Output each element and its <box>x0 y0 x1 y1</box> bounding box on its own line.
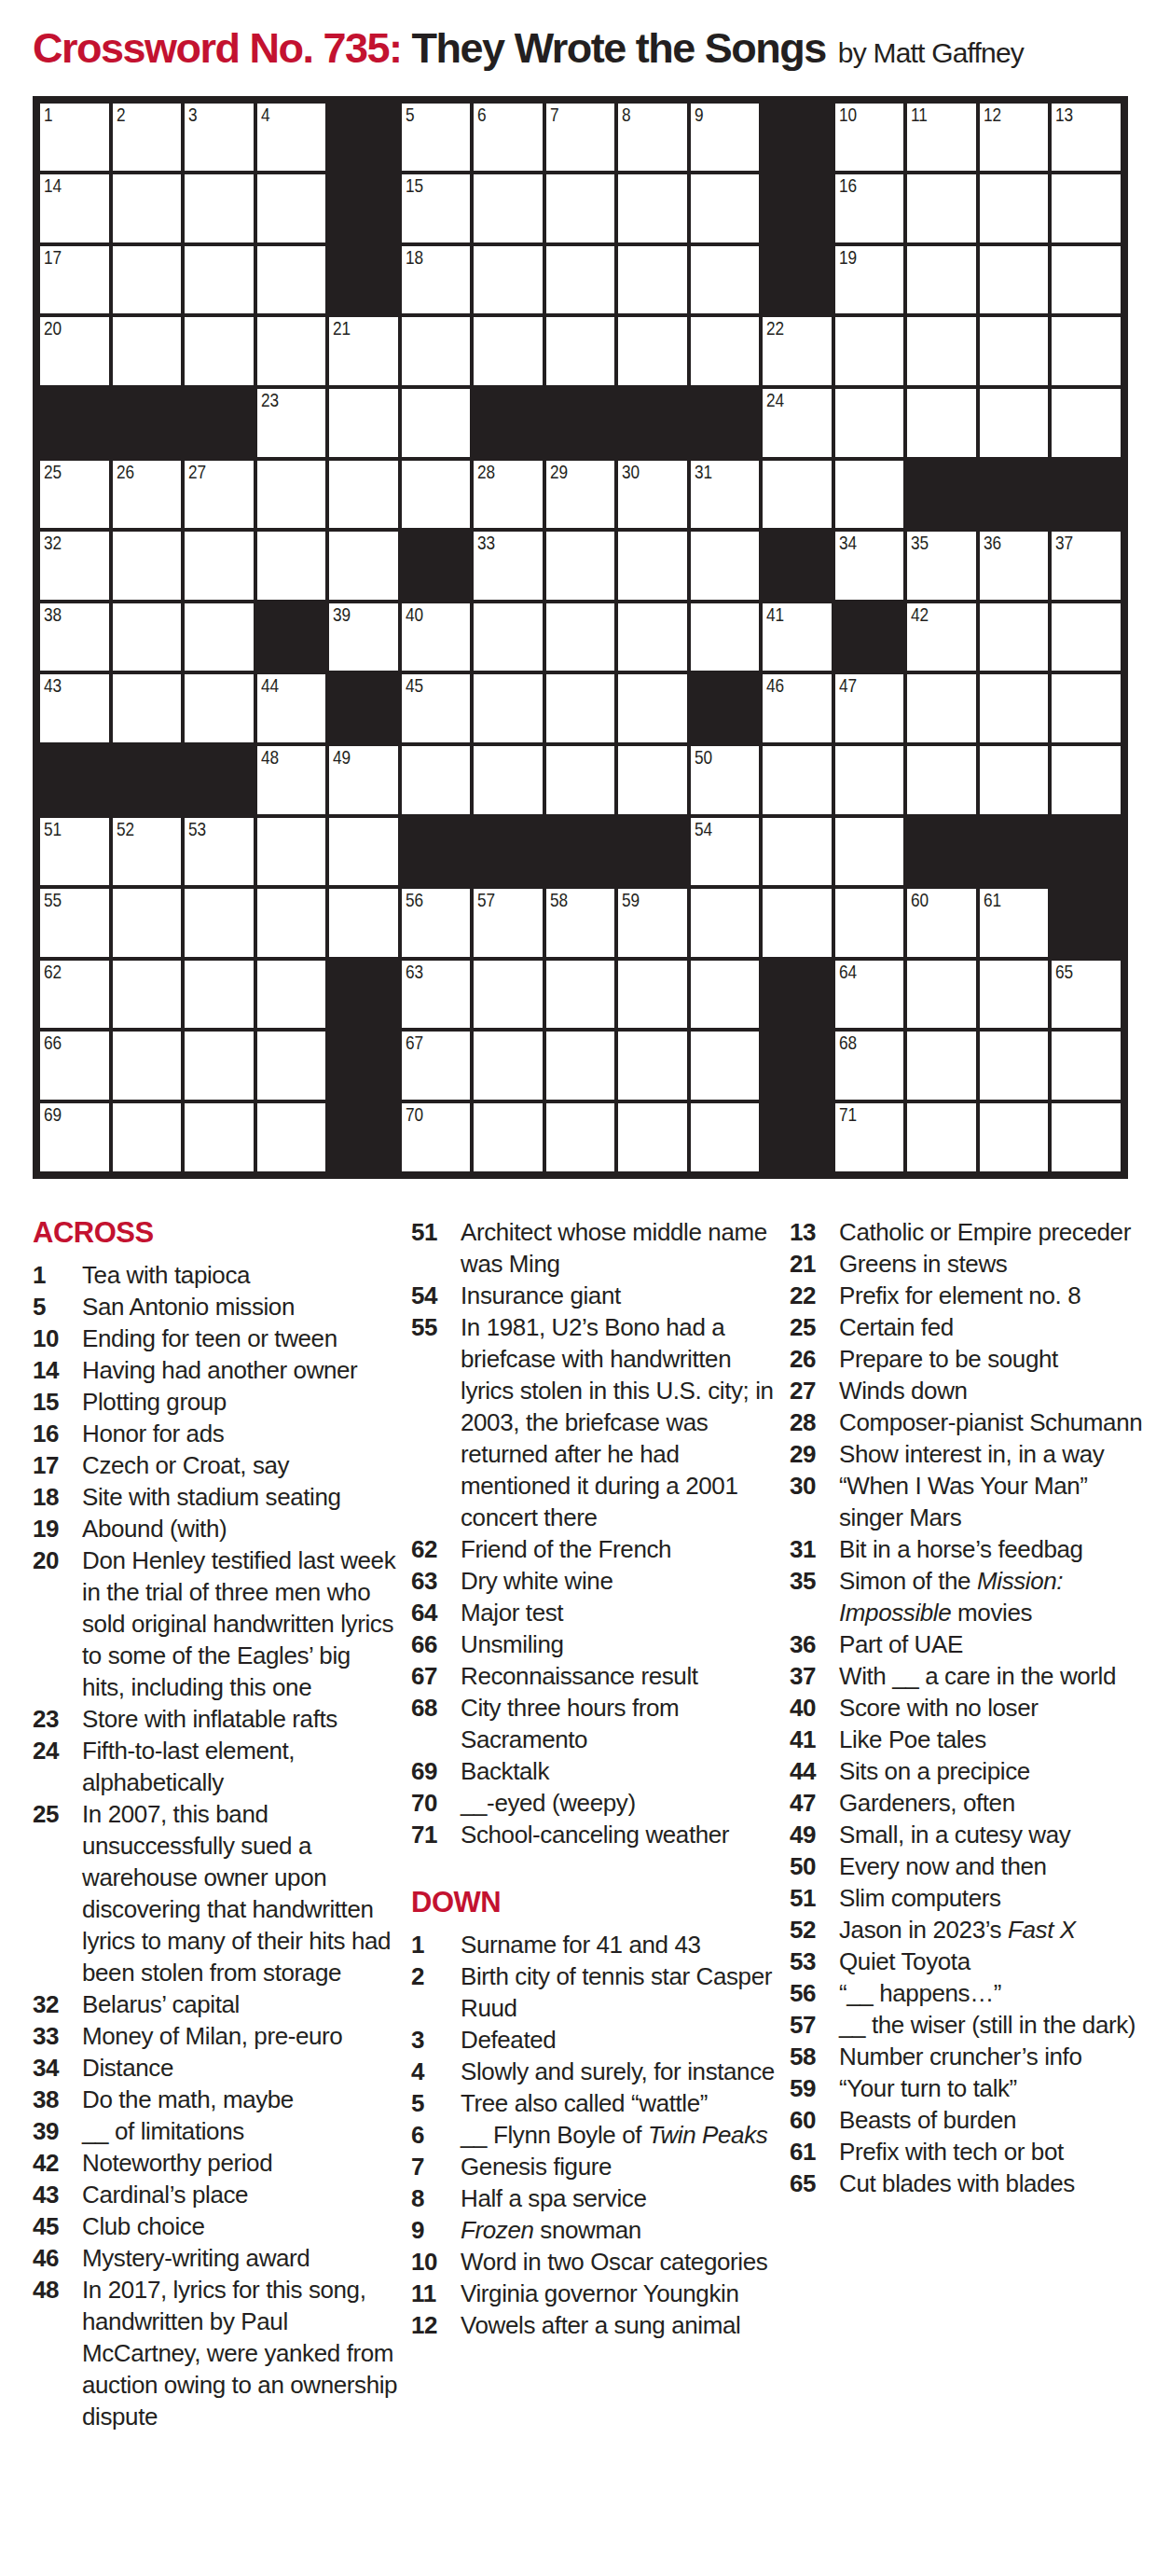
grid-cell[interactable] <box>113 532 182 600</box>
clue-text: __-eyed (weepy) <box>461 1787 777 1819</box>
clue-text: Prefix with tech or bot <box>839 2136 1155 2167</box>
black-square <box>763 104 832 172</box>
cell-number: 38 <box>44 604 62 625</box>
cell-number: 12 <box>984 104 1001 125</box>
grid-cell[interactable]: 26 <box>113 461 182 529</box>
grid-cell[interactable] <box>113 961 182 1029</box>
across-clue-46: 46Mystery-writing award <box>33 2242 398 2274</box>
grid-cell[interactable] <box>257 961 326 1029</box>
grid-cell[interactable] <box>257 532 326 600</box>
down-clue-12: 12Vowels after a sung animal <box>411 2309 777 2341</box>
grid-cell[interactable]: 47 <box>835 674 904 742</box>
grid-cell[interactable] <box>185 1103 254 1171</box>
grid-cell[interactable]: 40 <box>402 603 471 672</box>
grid-cell[interactable]: 36 <box>980 532 1049 600</box>
black-square <box>1052 889 1121 957</box>
grid-cell[interactable]: 41 <box>763 603 832 672</box>
grid-cell[interactable] <box>691 532 760 600</box>
clue-text: Abound (with) <box>82 1513 398 1544</box>
grid-cell[interactable] <box>618 174 687 242</box>
grid-cell[interactable] <box>1052 174 1121 242</box>
cell-number: 66 <box>44 1032 62 1053</box>
grid-cell[interactable] <box>907 317 976 385</box>
grid-cell[interactable]: 45 <box>402 674 471 742</box>
grid-cell[interactable]: 38 <box>40 603 109 672</box>
grid-cell[interactable]: 9 <box>691 104 760 172</box>
grid-cell[interactable] <box>835 317 904 385</box>
clue-number: 2 <box>411 1960 461 2024</box>
cell-number: 15 <box>406 175 423 196</box>
grid-cell[interactable] <box>257 246 326 314</box>
grid-cell[interactable] <box>980 317 1049 385</box>
clue-text: Store with inflatable rafts <box>82 1703 398 1735</box>
cell-number: 5 <box>406 104 415 125</box>
grid-cell[interactable]: 11 <box>907 104 976 172</box>
grid-cell[interactable] <box>1052 317 1121 385</box>
grid-cell[interactable] <box>474 246 543 314</box>
clue-number: 53 <box>790 1946 839 1977</box>
grid-cell[interactable] <box>691 317 760 385</box>
grid-cell[interactable]: 67 <box>402 1032 471 1100</box>
cell-number: 10 <box>839 104 857 125</box>
grid-cell[interactable] <box>980 746 1049 814</box>
down-clue-22: 22Prefix for element no. 8 <box>790 1280 1155 1311</box>
grid-cell[interactable] <box>1052 603 1121 672</box>
grid-cell[interactable] <box>1052 246 1121 314</box>
grid-cell[interactable] <box>907 1103 976 1171</box>
down-clue-27: 27Winds down <box>790 1375 1155 1406</box>
grid-cell[interactable] <box>980 603 1049 672</box>
grid-cell[interactable]: 21 <box>329 317 398 385</box>
across-clue-14: 14Having had another owner <box>33 1354 398 1386</box>
grid-cell[interactable]: 52 <box>113 818 182 886</box>
grid-cell[interactable]: 24 <box>763 389 832 457</box>
down-clue-6: 6__ Flynn Boyle of Twin Peaks <box>411 2119 777 2151</box>
grid-cell[interactable] <box>980 961 1049 1029</box>
grid-cell[interactable] <box>474 1032 543 1100</box>
grid-cell[interactable]: 15 <box>402 174 471 242</box>
black-square <box>763 532 832 600</box>
grid-cell[interactable]: 16 <box>835 174 904 242</box>
down-clue-57: 57__ the wiser (still in the dark) <box>790 2009 1155 2041</box>
grid-cell[interactable]: 29 <box>546 461 615 529</box>
black-square <box>618 818 687 886</box>
grid-cell[interactable]: 32 <box>40 532 109 600</box>
clue-number: 49 <box>790 1819 839 1850</box>
grid-cell[interactable]: 70 <box>402 1103 471 1171</box>
grid-cell[interactable] <box>257 461 326 529</box>
down-clue-56: 56“__ happens…” <box>790 1977 1155 2009</box>
black-square <box>329 104 398 172</box>
grid-cell[interactable] <box>257 174 326 242</box>
grid-cell[interactable]: 71 <box>835 1103 904 1171</box>
grid-cell[interactable] <box>691 246 760 314</box>
clue-text: Slim computers <box>839 1882 1155 1914</box>
clue-text: __ Flynn Boyle of Twin Peaks <box>461 2119 777 2151</box>
grid-cell[interactable] <box>113 674 182 742</box>
grid-cell[interactable]: 10 <box>835 104 904 172</box>
grid-cell[interactable] <box>185 603 254 672</box>
black-square <box>329 1103 398 1171</box>
across-clue-5: 5San Antonio mission <box>33 1291 398 1323</box>
cell-number: 54 <box>695 819 712 839</box>
grid-cell[interactable] <box>980 174 1049 242</box>
cell-number: 50 <box>695 747 712 768</box>
black-square <box>1052 461 1121 529</box>
clue-text: Frozen snowman <box>461 2214 777 2246</box>
grid-cell[interactable] <box>618 1103 687 1171</box>
grid-cell[interactable] <box>113 1103 182 1171</box>
across-clue-10: 10Ending for teen or tween <box>33 1323 398 1354</box>
grid-cell[interactable] <box>691 1032 760 1100</box>
grid-cell[interactable] <box>474 317 543 385</box>
grid-cell[interactable] <box>257 1032 326 1100</box>
clue-text: __ the wiser (still in the dark) <box>839 2009 1155 2041</box>
grid-cell[interactable] <box>691 1103 760 1171</box>
grid-cell[interactable] <box>546 317 615 385</box>
grid-cell[interactable] <box>329 532 398 600</box>
down-clue-65: 65Cut blades with blades <box>790 2167 1155 2199</box>
grid-cell[interactable] <box>329 818 398 886</box>
grid-cell[interactable] <box>329 389 398 457</box>
grid-cell[interactable] <box>835 461 904 529</box>
grid-cell[interactable] <box>329 461 398 529</box>
cell-number: 9 <box>695 104 704 125</box>
across-header: ACROSS <box>33 1216 398 1250</box>
grid-cell[interactable] <box>185 246 254 314</box>
grid-cell[interactable]: 57 <box>474 889 543 957</box>
grid-cell[interactable] <box>185 317 254 385</box>
grid-cell[interactable]: 12 <box>980 104 1049 172</box>
black-square <box>691 389 760 457</box>
grid-cell[interactable] <box>257 889 326 957</box>
grid-cell[interactable]: 43 <box>40 674 109 742</box>
clue-text: Small, in a cutesy way <box>839 1819 1155 1850</box>
grid-cell[interactable]: 28 <box>474 461 543 529</box>
clue-number: 34 <box>33 2052 82 2084</box>
grid-cell[interactable]: 50 <box>691 746 760 814</box>
grid-cell[interactable] <box>835 889 904 957</box>
grid-cell[interactable] <box>980 246 1049 314</box>
grid-cell[interactable] <box>474 1103 543 1171</box>
grid-cell[interactable] <box>402 746 471 814</box>
grid-cell[interactable]: 60 <box>907 889 976 957</box>
grid-cell[interactable] <box>546 674 615 742</box>
clue-text: Every now and then <box>839 1850 1155 1882</box>
grid-cell[interactable]: 1 <box>40 104 109 172</box>
clue-number: 7 <box>411 2151 461 2182</box>
down-clue-49: 49Small, in a cutesy way <box>790 1819 1155 1850</box>
grid-cell[interactable] <box>907 746 976 814</box>
grid-cell[interactable] <box>1052 1103 1121 1171</box>
grid-cell[interactable]: 42 <box>907 603 976 672</box>
cell-number: 47 <box>839 675 857 696</box>
cell-number: 48 <box>261 747 279 768</box>
grid-cell[interactable] <box>185 532 254 600</box>
grid-cell[interactable]: 25 <box>40 461 109 529</box>
clue-text: Friend of the French <box>461 1533 777 1565</box>
across-clue-63: 63Dry white wine <box>411 1565 777 1597</box>
grid-cell[interactable] <box>402 461 471 529</box>
grid-cell[interactable]: 34 <box>835 532 904 600</box>
grid-cell[interactable]: 51 <box>40 818 109 886</box>
grid-cell[interactable] <box>907 961 976 1029</box>
grid-cell[interactable] <box>185 174 254 242</box>
grid-cell[interactable]: 66 <box>40 1032 109 1100</box>
black-square <box>113 746 182 814</box>
clue-number: 51 <box>790 1882 839 1914</box>
grid-cell[interactable] <box>980 674 1049 742</box>
clue-text: Virginia governor Youngkin <box>461 2278 777 2309</box>
clue-text: Czech or Croat, say <box>82 1449 398 1481</box>
grid-cell[interactable]: 23 <box>257 389 326 457</box>
clue-text: __ of limitations <box>82 2115 398 2147</box>
grid-cell[interactable]: 54 <box>691 818 760 886</box>
down-clue-51: 51Slim computers <box>790 1882 1155 1914</box>
grid-cell[interactable] <box>691 889 760 957</box>
grid-cell[interactable] <box>546 1103 615 1171</box>
grid-cell[interactable]: 62 <box>40 961 109 1029</box>
grid-cell[interactable] <box>113 603 182 672</box>
crossword-grid: 1234567891011121314151617181920212223242… <box>33 96 1128 1179</box>
black-square <box>329 674 398 742</box>
black-square <box>763 174 832 242</box>
grid-cell[interactable]: 6 <box>474 104 543 172</box>
cell-number: 20 <box>44 318 62 339</box>
grid-cell[interactable] <box>980 1032 1049 1100</box>
grid-cell[interactable] <box>763 746 832 814</box>
cell-number: 26 <box>117 462 134 482</box>
grid-cell[interactable] <box>618 317 687 385</box>
grid-cell[interactable]: 2 <box>113 104 182 172</box>
down-clue-28: 28Composer-pianist Schumann <box>790 1406 1155 1438</box>
clue-number: 10 <box>411 2246 461 2278</box>
cell-number: 61 <box>984 890 1001 910</box>
grid-cell[interactable] <box>546 746 615 814</box>
grid-cell[interactable] <box>402 389 471 457</box>
grid-cell[interactable] <box>1052 1032 1121 1100</box>
grid-cell[interactable] <box>618 746 687 814</box>
grid-cell[interactable] <box>113 174 182 242</box>
grid-cell[interactable] <box>257 1103 326 1171</box>
clue-text: Greens in stews <box>839 1248 1155 1280</box>
grid-cell[interactable]: 56 <box>402 889 471 957</box>
grid-cell[interactable] <box>546 246 615 314</box>
grid-cell[interactable]: 64 <box>835 961 904 1029</box>
grid-cell[interactable] <box>185 674 254 742</box>
grid-cell[interactable] <box>763 889 832 957</box>
grid-cell[interactable]: 17 <box>40 246 109 314</box>
grid-cell[interactable] <box>835 389 904 457</box>
grid-cell[interactable]: 48 <box>257 746 326 814</box>
clue-number: 12 <box>411 2309 461 2341</box>
grid-cell[interactable]: 65 <box>1052 961 1121 1029</box>
grid-cell[interactable]: 8 <box>618 104 687 172</box>
clue-text: Cut blades with blades <box>839 2167 1155 2199</box>
grid-cell[interactable] <box>907 246 976 314</box>
cell-number: 18 <box>406 247 423 268</box>
grid-cell[interactable]: 7 <box>546 104 615 172</box>
grid-cell[interactable] <box>691 603 760 672</box>
grid-cell[interactable]: 39 <box>329 603 398 672</box>
cell-number: 60 <box>911 890 929 910</box>
grid-cell[interactable] <box>835 746 904 814</box>
clue-number: 17 <box>33 1449 82 1481</box>
grid-cell[interactable]: 20 <box>40 317 109 385</box>
grid-cell[interactable] <box>618 674 687 742</box>
title-number: Crossword No. 735: <box>33 24 402 72</box>
grid-cell[interactable]: 69 <box>40 1103 109 1171</box>
grid-cell[interactable] <box>113 1032 182 1100</box>
grid-cell[interactable] <box>1052 674 1121 742</box>
grid-cell[interactable] <box>907 389 976 457</box>
grid-cell[interactable]: 14 <box>40 174 109 242</box>
clue-text: In 1981, U2’s Bono had a briefcase with … <box>461 1311 777 1533</box>
clue-text: Genesis figure <box>461 2151 777 2182</box>
grid-cell[interactable] <box>474 603 543 672</box>
grid-cell[interactable] <box>474 961 543 1029</box>
grid-cell[interactable]: 33 <box>474 532 543 600</box>
grid-cell[interactable] <box>257 818 326 886</box>
black-square <box>980 461 1049 529</box>
grid-cell[interactable]: 27 <box>185 461 254 529</box>
grid-cell[interactable] <box>763 461 832 529</box>
black-square <box>546 818 615 886</box>
clue-text: Tea with tapioca <box>82 1259 398 1291</box>
grid-cell[interactable]: 58 <box>546 889 615 957</box>
grid-cell[interactable]: 35 <box>907 532 976 600</box>
across-clue-45: 45Club choice <box>33 2210 398 2242</box>
grid-cell[interactable] <box>835 818 904 886</box>
grid-cell[interactable]: 44 <box>257 674 326 742</box>
grid-cell[interactable]: 5 <box>402 104 471 172</box>
down-clue-25: 25Certain fed <box>790 1311 1155 1343</box>
grid-cell[interactable] <box>980 1103 1049 1171</box>
grid-cell[interactable] <box>618 603 687 672</box>
clue-number: 47 <box>790 1787 839 1819</box>
black-square <box>329 246 398 314</box>
clue-number: 33 <box>33 2020 82 2052</box>
grid-cell[interactable]: 13 <box>1052 104 1121 172</box>
grid-cell[interactable] <box>474 746 543 814</box>
grid-cell[interactable] <box>474 674 543 742</box>
across-clue-34: 34Distance <box>33 2052 398 2084</box>
grid-cell[interactable] <box>546 961 615 1029</box>
down-clue-40: 40Score with no loser <box>790 1692 1155 1724</box>
down-clue-1: 1Surname for 41 and 43 <box>411 1929 777 1960</box>
grid-cell[interactable] <box>185 889 254 957</box>
grid-cell[interactable] <box>546 603 615 672</box>
grid-cell[interactable]: 19 <box>835 246 904 314</box>
grid-cell[interactable] <box>1052 746 1121 814</box>
black-square <box>113 389 182 457</box>
clue-number: 36 <box>790 1628 839 1660</box>
grid-cell[interactable] <box>618 1032 687 1100</box>
cell-number: 23 <box>261 390 279 410</box>
cell-number: 30 <box>622 462 640 482</box>
clue-number: 32 <box>33 1988 82 2020</box>
grid-cell[interactable]: 22 <box>763 317 832 385</box>
down-clue-36: 36Part of UAE <box>790 1628 1155 1660</box>
grid-cell[interactable]: 4 <box>257 104 326 172</box>
clue-number: 55 <box>411 1311 461 1533</box>
clue-text: Quiet Toyota <box>839 1946 1155 1977</box>
grid-cell[interactable]: 59 <box>618 889 687 957</box>
clue-text: Reconnaissance result <box>461 1660 777 1692</box>
across-clue-70: 70__-eyed (weepy) <box>411 1787 777 1819</box>
clue-number: 24 <box>33 1735 82 1798</box>
clue-number: 64 <box>411 1597 461 1628</box>
grid-cell[interactable] <box>113 246 182 314</box>
clue-text: With __ a care in the world <box>839 1660 1155 1692</box>
grid-cell[interactable]: 61 <box>980 889 1049 957</box>
cell-number: 51 <box>44 819 62 839</box>
grid-cell[interactable] <box>329 889 398 957</box>
across-clue-51: 51Architect whose middle name was Ming <box>411 1216 777 1280</box>
grid-cell[interactable] <box>474 174 543 242</box>
grid-cell[interactable] <box>618 246 687 314</box>
down-clue-5: 5Tree also called “wattle” <box>411 2087 777 2119</box>
grid-cell[interactable]: 63 <box>402 961 471 1029</box>
grid-cell[interactable] <box>546 1032 615 1100</box>
grid-cell[interactable] <box>257 317 326 385</box>
grid-cell[interactable] <box>546 532 615 600</box>
clue-text: Part of UAE <box>839 1628 1155 1660</box>
grid-cell[interactable] <box>907 174 976 242</box>
grid-cell[interactable] <box>907 674 976 742</box>
clue-number: 57 <box>790 2009 839 2041</box>
grid-cell[interactable] <box>691 961 760 1029</box>
grid-cell[interactable] <box>113 889 182 957</box>
grid-cell[interactable]: 37 <box>1052 532 1121 600</box>
down-clue-53: 53Quiet Toyota <box>790 1946 1155 1977</box>
clue-text: Catholic or Empire preceder <box>839 1216 1155 1248</box>
grid-cell[interactable] <box>980 389 1049 457</box>
grid-cell[interactable]: 30 <box>618 461 687 529</box>
clue-number: 68 <box>411 1692 461 1755</box>
grid-cell[interactable]: 49 <box>329 746 398 814</box>
grid-cell[interactable]: 53 <box>185 818 254 886</box>
black-square <box>329 961 398 1029</box>
grid-cell[interactable] <box>691 174 760 242</box>
grid-cell[interactable]: 18 <box>402 246 471 314</box>
grid-cell[interactable] <box>546 174 615 242</box>
grid-cell[interactable] <box>185 1032 254 1100</box>
title-main: They Wrote the Songs <box>412 24 826 72</box>
grid-cell[interactable] <box>907 1032 976 1100</box>
grid-cell[interactable] <box>618 961 687 1029</box>
grid-cell[interactable] <box>1052 389 1121 457</box>
grid-cell[interactable] <box>402 317 471 385</box>
grid-cell[interactable] <box>763 818 832 886</box>
grid-cell[interactable]: 31 <box>691 461 760 529</box>
clue-number: 58 <box>790 2041 839 2072</box>
clue-number: 62 <box>411 1533 461 1565</box>
grid-cell[interactable]: 68 <box>835 1032 904 1100</box>
grid-cell[interactable]: 3 <box>185 104 254 172</box>
grid-cell[interactable] <box>185 961 254 1029</box>
clue-text: Distance <box>82 2052 398 2084</box>
grid-cell[interactable]: 55 <box>40 889 109 957</box>
clue-text: Vowels after a sung animal <box>461 2309 777 2341</box>
grid-cell[interactable]: 46 <box>763 674 832 742</box>
down-clue-35: 35Simon of the Mission: Impossible movie… <box>790 1565 1155 1628</box>
grid-cell[interactable] <box>618 532 687 600</box>
clue-text: “Your turn to talk” <box>839 2072 1155 2104</box>
grid-cell[interactable] <box>113 317 182 385</box>
black-square <box>980 818 1049 886</box>
cell-number: 46 <box>766 675 784 696</box>
